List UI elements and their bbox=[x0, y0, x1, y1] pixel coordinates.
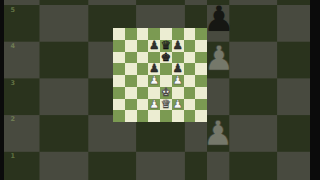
black-pawn-f5: ♟ bbox=[172, 63, 182, 75]
black-queen-e7: ♛ bbox=[161, 40, 171, 52]
square-f8[interactable] bbox=[172, 28, 184, 40]
square-b5[interactable] bbox=[125, 63, 137, 75]
square-h6[interactable] bbox=[195, 52, 207, 64]
square-e8[interactable] bbox=[160, 28, 172, 40]
square-g7[interactable] bbox=[184, 40, 196, 52]
background-board-right bbox=[207, 0, 310, 180]
background-rank-label: 4 bbox=[11, 43, 16, 50]
square-a7[interactable] bbox=[113, 40, 125, 52]
square-d8[interactable] bbox=[148, 28, 160, 40]
square-a1[interactable] bbox=[113, 110, 125, 122]
square-g3[interactable] bbox=[184, 87, 196, 99]
background-rank-label: 1 bbox=[11, 153, 16, 160]
black-king-e6: ♚ bbox=[161, 51, 171, 63]
square-g8[interactable] bbox=[184, 28, 196, 40]
square-g4[interactable] bbox=[184, 75, 196, 87]
black-pawn-d5: ♟ bbox=[149, 63, 159, 75]
square-g6[interactable] bbox=[184, 52, 196, 64]
square-e7[interactable]: ♛ bbox=[160, 40, 172, 52]
white-pawn-f4: ♟ bbox=[172, 75, 182, 87]
square-f1[interactable] bbox=[172, 110, 184, 122]
square-b2[interactable] bbox=[125, 99, 137, 111]
white-pawn-f2: ♟ bbox=[172, 98, 182, 110]
square-b4[interactable] bbox=[125, 75, 137, 87]
square-h8[interactable] bbox=[195, 28, 207, 40]
square-e5[interactable] bbox=[160, 63, 172, 75]
chess-board: ♟♛♟♚♟♟♟♟♚♟♛♟ bbox=[113, 28, 207, 122]
square-h2[interactable] bbox=[195, 99, 207, 111]
square-c7[interactable] bbox=[137, 40, 149, 52]
square-d2[interactable]: ♟ bbox=[148, 99, 160, 111]
square-a5[interactable] bbox=[113, 63, 125, 75]
square-a6[interactable] bbox=[113, 52, 125, 64]
square-c1[interactable] bbox=[137, 110, 149, 122]
square-c8[interactable] bbox=[137, 28, 149, 40]
square-b7[interactable] bbox=[125, 40, 137, 52]
square-e4[interactable] bbox=[160, 75, 172, 87]
square-c4[interactable] bbox=[137, 75, 149, 87]
square-g1[interactable] bbox=[184, 110, 196, 122]
square-d7[interactable]: ♟ bbox=[148, 40, 160, 52]
white-pawn-d4: ♟ bbox=[149, 75, 159, 87]
background-rank-label: 2 bbox=[11, 116, 16, 123]
square-d5[interactable]: ♟ bbox=[148, 63, 160, 75]
square-e1[interactable] bbox=[160, 110, 172, 122]
square-h5[interactable] bbox=[195, 63, 207, 75]
black-pawn-f7: ♟ bbox=[172, 40, 182, 52]
square-h3[interactable] bbox=[195, 87, 207, 99]
square-b6[interactable] bbox=[125, 52, 137, 64]
square-f4[interactable]: ♟ bbox=[172, 75, 184, 87]
square-d1[interactable] bbox=[148, 110, 160, 122]
square-e3[interactable]: ♚ bbox=[160, 87, 172, 99]
background-rank-label: 3 bbox=[11, 80, 16, 87]
square-g2[interactable] bbox=[184, 99, 196, 111]
white-king-e3: ♚ bbox=[161, 87, 171, 99]
square-a4[interactable] bbox=[113, 75, 125, 87]
square-h1[interactable] bbox=[195, 110, 207, 122]
square-f6[interactable] bbox=[172, 52, 184, 64]
square-f5[interactable]: ♟ bbox=[172, 63, 184, 75]
square-c3[interactable] bbox=[137, 87, 149, 99]
square-d4[interactable]: ♟ bbox=[148, 75, 160, 87]
square-b8[interactable] bbox=[125, 28, 137, 40]
square-d3[interactable] bbox=[148, 87, 160, 99]
background-rank-label: 5 bbox=[11, 7, 16, 14]
square-b3[interactable] bbox=[125, 87, 137, 99]
white-pawn-d2: ♟ bbox=[149, 98, 159, 110]
square-c6[interactable] bbox=[137, 52, 149, 64]
square-e2[interactable]: ♛ bbox=[160, 99, 172, 111]
square-f2[interactable]: ♟ bbox=[172, 99, 184, 111]
black-pawn-d7: ♟ bbox=[149, 40, 159, 52]
square-a2[interactable] bbox=[113, 99, 125, 111]
white-queen-e2: ♛ bbox=[161, 98, 171, 110]
square-g5[interactable] bbox=[184, 63, 196, 75]
square-a8[interactable] bbox=[113, 28, 125, 40]
square-h7[interactable] bbox=[195, 40, 207, 52]
square-a3[interactable] bbox=[113, 87, 125, 99]
square-b1[interactable] bbox=[125, 110, 137, 122]
square-h4[interactable] bbox=[195, 75, 207, 87]
square-f7[interactable]: ♟ bbox=[172, 40, 184, 52]
square-e6[interactable]: ♚ bbox=[160, 52, 172, 64]
square-d6[interactable] bbox=[148, 52, 160, 64]
square-f3[interactable] bbox=[172, 87, 184, 99]
square-c5[interactable] bbox=[137, 63, 149, 75]
video-frame: ♟ ♟ ♟ 54321 ♟♛♟♚♟♟♟♟♚♟♛♟ bbox=[0, 0, 320, 180]
square-c2[interactable] bbox=[137, 99, 149, 111]
